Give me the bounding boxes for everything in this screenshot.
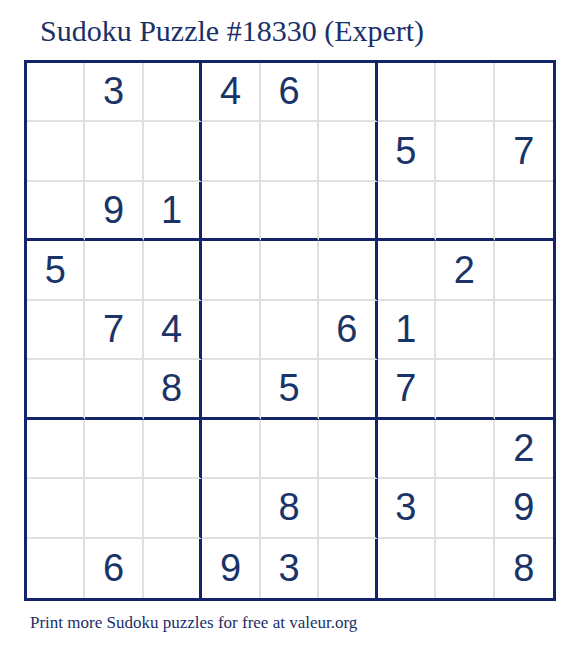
cell-r4c4-empty[interactable] [202,241,260,300]
cell-r7c8-empty[interactable] [436,420,494,479]
cell-r9c5-given-3[interactable]: 3 [261,539,319,598]
cell-r7c4-empty[interactable] [202,420,260,479]
cell-r6c9-empty[interactable] [495,360,553,419]
cell-r9c7-empty[interactable] [378,539,436,598]
cell-r2c4-empty[interactable] [202,122,260,181]
cell-r4c2-empty[interactable] [85,241,143,300]
cell-r4c1-given-5[interactable]: 5 [27,241,85,300]
cell-r1c2-given-3[interactable]: 3 [85,63,143,122]
cell-r4c5-empty[interactable] [261,241,319,300]
cell-r7c1-empty[interactable] [27,420,85,479]
cell-r4c8-given-2[interactable]: 2 [436,241,494,300]
cell-r7c3-empty[interactable] [144,420,202,479]
cell-r5c7-given-1[interactable]: 1 [378,301,436,360]
cell-r9c4-given-9[interactable]: 9 [202,539,260,598]
cell-r6c7-given-7[interactable]: 7 [378,360,436,419]
cell-r7c9-given-2[interactable]: 2 [495,420,553,479]
cell-r3c9-empty[interactable] [495,182,553,241]
footer-text: Print more Sudoku puzzles for free at va… [30,613,357,633]
cell-r5c3-given-4[interactable]: 4 [144,301,202,360]
cell-r5c9-empty[interactable] [495,301,553,360]
cell-r3c3-given-1[interactable]: 1 [144,182,202,241]
cell-r1c3-empty[interactable] [144,63,202,122]
cell-r1c7-empty[interactable] [378,63,436,122]
cell-r6c5-given-5[interactable]: 5 [261,360,319,419]
cell-r6c1-empty[interactable] [27,360,85,419]
cell-r9c6-empty[interactable] [319,539,377,598]
cell-r9c9-given-8[interactable]: 8 [495,539,553,598]
cell-r6c3-given-8[interactable]: 8 [144,360,202,419]
cell-r7c5-empty[interactable] [261,420,319,479]
cell-r9c1-empty[interactable] [27,539,85,598]
cell-r7c6-empty[interactable] [319,420,377,479]
page-title: Sudoku Puzzle #18330 (Expert) [40,14,424,48]
cell-r6c6-empty[interactable] [319,360,377,419]
cell-r2c8-empty[interactable] [436,122,494,181]
cell-r3c8-empty[interactable] [436,182,494,241]
cell-r6c8-empty[interactable] [436,360,494,419]
cell-r1c6-empty[interactable] [319,63,377,122]
cell-r3c2-given-9[interactable]: 9 [85,182,143,241]
cell-r5c1-empty[interactable] [27,301,85,360]
cell-r7c7-empty[interactable] [378,420,436,479]
cell-r6c2-empty[interactable] [85,360,143,419]
cell-r8c5-given-8[interactable]: 8 [261,479,319,538]
cell-r3c6-empty[interactable] [319,182,377,241]
cell-r2c3-empty[interactable] [144,122,202,181]
cell-r1c9-empty[interactable] [495,63,553,122]
cell-r1c4-given-4[interactable]: 4 [202,63,260,122]
cell-r5c8-empty[interactable] [436,301,494,360]
cell-r2c9-given-7[interactable]: 7 [495,122,553,181]
cell-r2c1-empty[interactable] [27,122,85,181]
cell-r5c6-given-6[interactable]: 6 [319,301,377,360]
cell-r3c7-empty[interactable] [378,182,436,241]
cell-r5c5-empty[interactable] [261,301,319,360]
cell-r7c2-empty[interactable] [85,420,143,479]
cell-r8c3-empty[interactable] [144,479,202,538]
cell-r9c8-empty[interactable] [436,539,494,598]
cell-r3c5-empty[interactable] [261,182,319,241]
cell-r9c2-given-6[interactable]: 6 [85,539,143,598]
cell-r8c8-empty[interactable] [436,479,494,538]
cell-r2c5-empty[interactable] [261,122,319,181]
cell-r2c2-empty[interactable] [85,122,143,181]
cell-r5c4-empty[interactable] [202,301,260,360]
cell-r2c6-empty[interactable] [319,122,377,181]
cell-r4c6-empty[interactable] [319,241,377,300]
cell-r4c3-empty[interactable] [144,241,202,300]
cell-r9c3-empty[interactable] [144,539,202,598]
cell-r1c1-empty[interactable] [27,63,85,122]
cell-r4c7-empty[interactable] [378,241,436,300]
cell-r4c9-empty[interactable] [495,241,553,300]
cell-r3c4-empty[interactable] [202,182,260,241]
cell-r8c2-empty[interactable] [85,479,143,538]
sudoku-board: 346579152746185728396938 [24,60,556,601]
cell-r2c7-given-5[interactable]: 5 [378,122,436,181]
cell-r3c1-empty[interactable] [27,182,85,241]
cell-r1c5-given-6[interactable]: 6 [261,63,319,122]
cell-r8c1-empty[interactable] [27,479,85,538]
cell-r8c9-given-9[interactable]: 9 [495,479,553,538]
cell-r6c4-empty[interactable] [202,360,260,419]
cell-r1c8-empty[interactable] [436,63,494,122]
cell-r8c7-given-3[interactable]: 3 [378,479,436,538]
cell-r8c4-empty[interactable] [202,479,260,538]
cell-r8c6-empty[interactable] [319,479,377,538]
cell-r5c2-given-7[interactable]: 7 [85,301,143,360]
